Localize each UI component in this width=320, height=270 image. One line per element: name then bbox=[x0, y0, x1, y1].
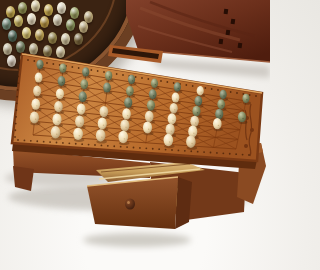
board-point-r5c9[interactable] bbox=[227, 147, 249, 163]
drawer-shadow bbox=[83, 233, 191, 247]
board-point-r5c6[interactable] bbox=[160, 141, 182, 157]
drawer-right-side bbox=[175, 177, 192, 229]
board-point-r5c1[interactable] bbox=[49, 132, 71, 148]
stand-left-foot bbox=[13, 166, 34, 191]
drawer-knob[interactable] bbox=[125, 199, 135, 210]
board-point-r5c5[interactable] bbox=[138, 139, 160, 155]
carved-box bbox=[126, 0, 270, 78]
storage-drawer[interactable] bbox=[87, 162, 205, 229]
board-point-r5c2[interactable] bbox=[71, 134, 93, 150]
board-point-r5c8[interactable] bbox=[205, 145, 227, 161]
photo-scene bbox=[0, 0, 270, 270]
board-point-r5c4[interactable] bbox=[116, 137, 138, 153]
board-point-r5c3[interactable] bbox=[94, 135, 116, 151]
board-point-r5c0[interactable] bbox=[27, 130, 49, 146]
board-point-r5c7[interactable] bbox=[182, 143, 204, 159]
